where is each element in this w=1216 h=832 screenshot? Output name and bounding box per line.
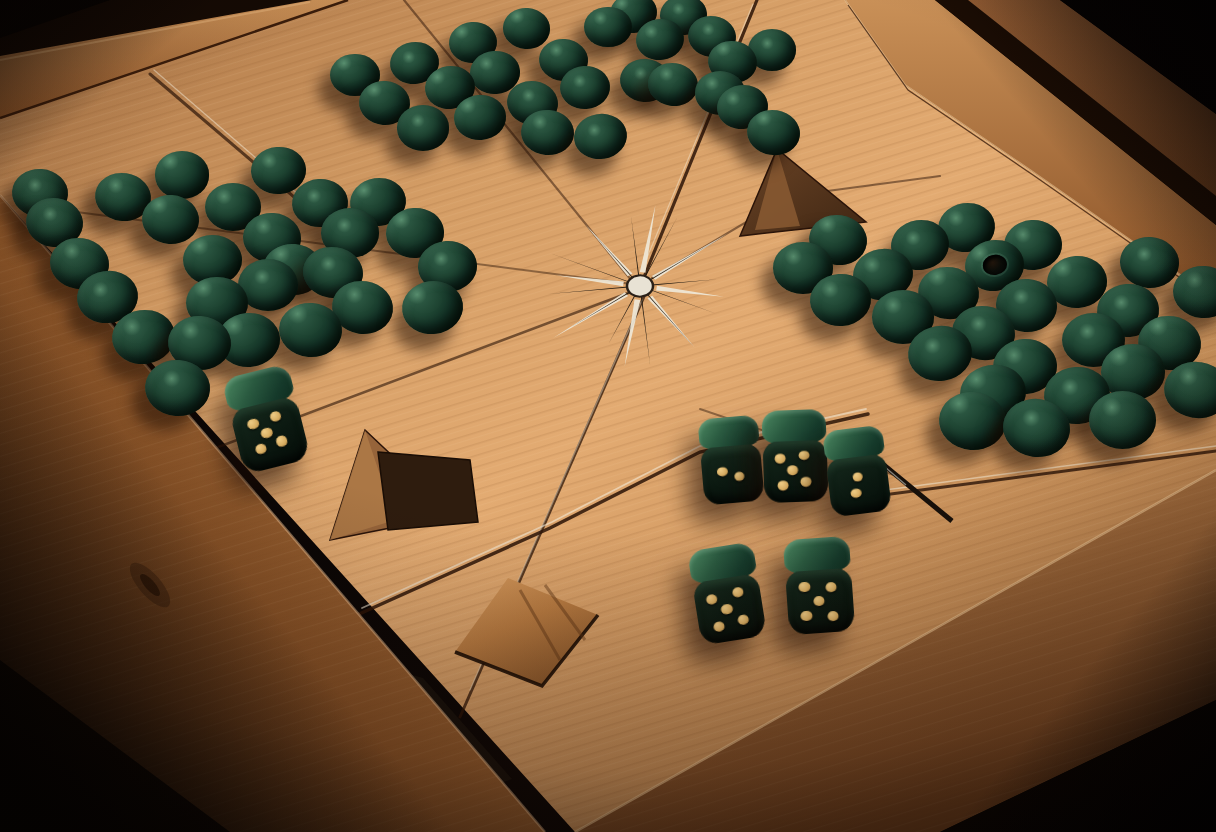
die[interactable] (687, 541, 767, 644)
stone[interactable] (397, 105, 449, 150)
die-top-face (761, 409, 826, 445)
stone[interactable] (584, 7, 631, 48)
die-pip (737, 614, 750, 626)
die-pip (268, 410, 282, 423)
stone[interactable] (1171, 264, 1216, 320)
die-pip (734, 471, 745, 481)
die-pip-face (785, 568, 855, 635)
stone[interactable] (140, 194, 200, 247)
die-pip (247, 418, 261, 431)
die[interactable] (221, 363, 310, 473)
die-pip (850, 488, 861, 498)
die-pip-face (692, 573, 767, 645)
die-pip (275, 435, 289, 448)
die[interactable] (697, 415, 764, 505)
button-stone-hole (982, 253, 1008, 275)
die-pip-face (700, 444, 765, 506)
die-pip (798, 450, 809, 460)
die[interactable] (761, 409, 828, 502)
pieces-layer (0, 0, 1216, 832)
stone[interactable] (155, 151, 210, 198)
die-pip (731, 587, 744, 599)
die-pip (827, 610, 839, 621)
stone[interactable] (1119, 235, 1181, 290)
stone[interactable] (502, 6, 552, 50)
die-pip (717, 467, 728, 477)
die-pip (254, 443, 268, 456)
die-pip (801, 477, 812, 487)
die-pip (852, 471, 863, 481)
stone[interactable] (1101, 344, 1166, 400)
die-pip (774, 454, 785, 464)
die-pip (713, 620, 726, 632)
die-pip (801, 611, 813, 622)
die-pip (825, 581, 837, 592)
die[interactable] (783, 536, 855, 634)
die-pip (721, 604, 734, 616)
die-pip-face (763, 440, 829, 503)
die-pip (787, 465, 798, 475)
stone[interactable] (519, 109, 575, 158)
die-pip-face (826, 454, 893, 518)
stone[interactable] (571, 111, 630, 163)
die-pip (813, 596, 825, 607)
die[interactable] (822, 425, 892, 517)
die-pip (799, 582, 811, 593)
die-pip (260, 427, 274, 440)
board-game-photo (0, 0, 1216, 832)
stone[interactable] (558, 65, 611, 112)
die-pip (778, 480, 789, 490)
stone[interactable] (1089, 391, 1156, 449)
die-pip (706, 593, 719, 605)
